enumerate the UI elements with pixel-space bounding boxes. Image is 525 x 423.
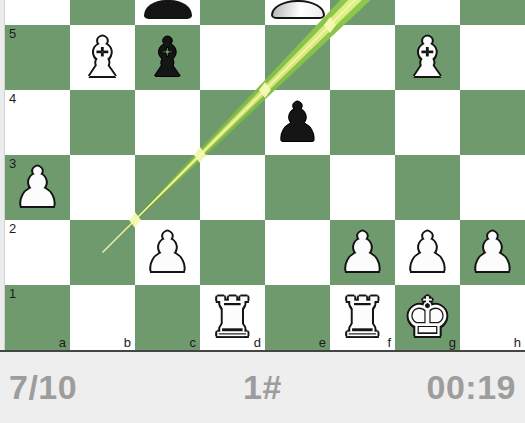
square-a2[interactable]: 2 [5, 220, 70, 285]
square-f6[interactable] [330, 0, 395, 25]
square-a3[interactable]: ♟3 [5, 155, 70, 220]
square-h3[interactable] [460, 155, 525, 220]
rank-label-3: 3 [9, 156, 16, 171]
file-label-b: b [124, 336, 131, 350]
square-a4[interactable]: 4 [5, 90, 70, 155]
square-b4[interactable] [70, 90, 135, 155]
square-c3[interactable] [135, 155, 200, 220]
white-pawn-f2[interactable]: ♟ [330, 220, 395, 285]
square-h5[interactable] [460, 25, 525, 90]
square-e2[interactable] [265, 220, 330, 285]
square-g1[interactable]: ♚g [395, 285, 460, 350]
square-h4[interactable] [460, 90, 525, 155]
file-label-e: e [319, 336, 326, 350]
cropped-piece-c6[interactable] [144, 0, 192, 19]
rank-label-5: 5 [9, 26, 16, 41]
square-g4[interactable] [395, 90, 460, 155]
white-pawn-h2[interactable]: ♟ [460, 220, 525, 285]
square-a1[interactable]: 1a [5, 285, 70, 350]
puzzle-screen: 5♝♝♝4♟♟32♟♟♟♟1abc♜de♜f♚gh 7/10 1# 00:19 [0, 0, 525, 423]
white-pawn-c2[interactable]: ♟ [135, 220, 200, 285]
square-f4[interactable] [330, 90, 395, 155]
file-label-a: a [59, 336, 66, 350]
board-grid[interactable]: 5♝♝♝4♟♟32♟♟♟♟1abc♜de♜f♚gh [5, 0, 525, 350]
file-label-g: g [449, 336, 456, 350]
rank-label-1: 1 [9, 286, 16, 301]
black-bishop-c5[interactable]: ♝ [135, 25, 200, 90]
square-c2[interactable]: ♟ [135, 220, 200, 285]
file-label-c: c [190, 336, 197, 350]
square-e5[interactable] [265, 25, 330, 90]
square-b5[interactable]: ♝ [70, 25, 135, 90]
square-c5[interactable]: ♝ [135, 25, 200, 90]
square-g6[interactable] [395, 0, 460, 25]
puzzle-mode-label: 1# [178, 368, 347, 407]
square-b1[interactable]: b [70, 285, 135, 350]
square-f3[interactable] [330, 155, 395, 220]
cropped-piece-e6[interactable] [271, 0, 325, 19]
square-f2[interactable]: ♟ [330, 220, 395, 285]
square-f5[interactable] [330, 25, 395, 90]
square-d6[interactable] [200, 0, 265, 25]
square-a6[interactable] [5, 0, 70, 25]
progress-counter: 7/10 [9, 368, 178, 407]
white-rook-f1[interactable]: ♜ [330, 285, 395, 350]
square-g3[interactable] [395, 155, 460, 220]
white-pawn-g2[interactable]: ♟ [395, 220, 460, 285]
status-bar: 7/10 1# 00:19 [0, 352, 525, 423]
file-label-h: h [514, 336, 521, 350]
square-g2[interactable]: ♟ [395, 220, 460, 285]
square-c4[interactable] [135, 90, 200, 155]
square-h1[interactable]: h [460, 285, 525, 350]
square-c1[interactable]: c [135, 285, 200, 350]
square-e3[interactable] [265, 155, 330, 220]
square-b2[interactable] [70, 220, 135, 285]
square-e1[interactable]: e [265, 285, 330, 350]
square-a5[interactable]: 5 [5, 25, 70, 90]
square-d3[interactable] [200, 155, 265, 220]
square-b3[interactable] [70, 155, 135, 220]
square-d1[interactable]: ♜d [200, 285, 265, 350]
rank-label-4: 4 [9, 91, 16, 106]
timer: 00:19 [347, 368, 516, 407]
square-d2[interactable] [200, 220, 265, 285]
file-label-d: d [254, 336, 261, 350]
square-c6[interactable] [135, 0, 200, 25]
square-e6[interactable] [265, 0, 330, 25]
square-g5[interactable]: ♝ [395, 25, 460, 90]
file-label-f: f [387, 336, 391, 350]
chess-board[interactable]: 5♝♝♝4♟♟32♟♟♟♟1abc♜de♜f♚gh [0, 0, 525, 350]
square-f1[interactable]: ♜f [330, 285, 395, 350]
square-e4[interactable]: ♟ [265, 90, 330, 155]
white-bishop-g5[interactable]: ♝ [395, 25, 460, 90]
square-h6[interactable] [460, 0, 525, 25]
rank-label-2: 2 [9, 221, 16, 236]
black-pawn-e4[interactable]: ♟ [265, 90, 330, 155]
square-b6[interactable] [70, 0, 135, 25]
square-d5[interactable] [200, 25, 265, 90]
white-bishop-b5[interactable]: ♝ [70, 25, 135, 90]
square-h2[interactable]: ♟ [460, 220, 525, 285]
square-d4[interactable] [200, 90, 265, 155]
